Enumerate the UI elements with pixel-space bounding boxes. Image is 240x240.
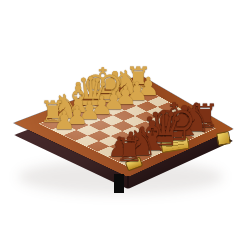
brass-latch-side-icon (216, 131, 231, 146)
plaque-engraving (166, 141, 185, 150)
chess-set-product-photo: ♜♞♝♛♚♝♞♜♟♟♟♟♟♟♟♟♟♟♟♟♟♟♟♟♜♞♝♛♚♝♞♜ (0, 0, 240, 240)
black-rectangle-marker (114, 174, 124, 193)
board-fold-seam (127, 176, 129, 188)
chess-board (14, 75, 233, 177)
